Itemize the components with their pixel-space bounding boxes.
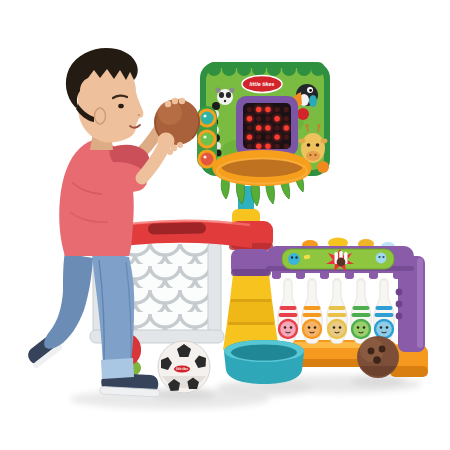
- boy-eye: [118, 104, 124, 109]
- boy-jean-cuff: [101, 358, 134, 379]
- boy: [0, 0, 450, 450]
- boy-planted-leg: [92, 250, 134, 374]
- product-photo-stage: little tikes: [0, 0, 450, 450]
- boy-raised-leg: [44, 252, 93, 349]
- boy-ear: [95, 108, 106, 124]
